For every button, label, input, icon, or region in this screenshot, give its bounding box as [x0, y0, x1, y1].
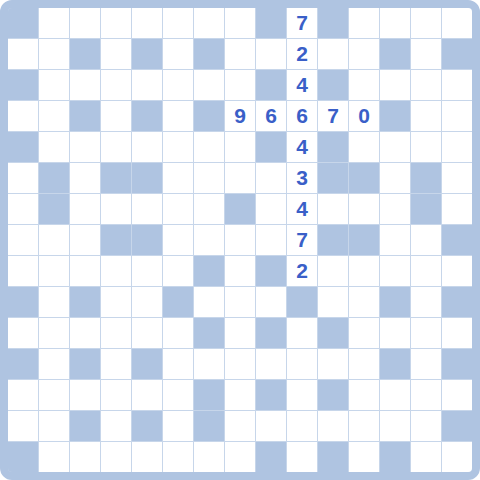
- cell-r5c1-blocked: [8, 132, 38, 162]
- cell-r5c4[interactable]: [101, 132, 131, 162]
- cell-r10c11[interactable]: [318, 287, 348, 317]
- cell-r14c4[interactable]: [101, 411, 131, 441]
- cell-r11c15[interactable]: [442, 318, 472, 348]
- cell-r10c10-blocked: [287, 287, 317, 317]
- cell-r9c5[interactable]: [132, 256, 162, 286]
- cell-r2c11[interactable]: [318, 39, 348, 69]
- cell-r5c10-digit[interactable]: 4: [287, 132, 317, 162]
- cell-r4c11-digit[interactable]: 7: [318, 101, 348, 131]
- cell-r2c6[interactable]: [163, 39, 193, 69]
- cell-r3c12[interactable]: [349, 70, 379, 100]
- cell-r5c13[interactable]: [380, 132, 410, 162]
- cell-r8c13[interactable]: [380, 225, 410, 255]
- cell-r4c14[interactable]: [411, 101, 441, 131]
- cell-r14c14[interactable]: [411, 411, 441, 441]
- cell-r5c9-blocked: [256, 132, 286, 162]
- cell-r10c2[interactable]: [39, 287, 69, 317]
- cell-r12c6[interactable]: [163, 349, 193, 379]
- cell-r9c9-blocked: [256, 256, 286, 286]
- cell-r12c10[interactable]: [287, 349, 317, 379]
- cell-r4c15[interactable]: [442, 101, 472, 131]
- cell-r5c8[interactable]: [225, 132, 255, 162]
- cell-r1c12[interactable]: [349, 8, 379, 38]
- cell-r2c15-blocked: [442, 39, 472, 69]
- cell-r13c2[interactable]: [39, 380, 69, 410]
- cell-r3c15[interactable]: [442, 70, 472, 100]
- cell-r13c15[interactable]: [442, 380, 472, 410]
- cell-r6c5-blocked: [132, 163, 162, 193]
- cell-r5c5[interactable]: [132, 132, 162, 162]
- cell-r7c7[interactable]: [194, 194, 224, 224]
- cell-r6c6[interactable]: [163, 163, 193, 193]
- cell-r2c12[interactable]: [349, 39, 379, 69]
- cell-r2c7-blocked: [194, 39, 224, 69]
- cell-r11c6[interactable]: [163, 318, 193, 348]
- cell-r11c14[interactable]: [411, 318, 441, 348]
- cell-r12c7[interactable]: [194, 349, 224, 379]
- cell-r3c7[interactable]: [194, 70, 224, 100]
- cell-r9c1[interactable]: [8, 256, 38, 286]
- cell-r2c2[interactable]: [39, 39, 69, 69]
- cell-r6c12-blocked: [349, 163, 379, 193]
- cell-r12c3-blocked: [70, 349, 100, 379]
- cell-r7c11[interactable]: [318, 194, 348, 224]
- cell-r5c6[interactable]: [163, 132, 193, 162]
- cell-r10c3-blocked: [70, 287, 100, 317]
- cell-r13c1[interactable]: [8, 380, 38, 410]
- cell-r2c5-blocked: [132, 39, 162, 69]
- cell-r6c15[interactable]: [442, 163, 472, 193]
- cell-r3c1-blocked: [8, 70, 38, 100]
- cell-r14c3-blocked: [70, 411, 100, 441]
- cell-r1c7[interactable]: [194, 8, 224, 38]
- cell-r7c9[interactable]: [256, 194, 286, 224]
- cell-r6c2-blocked: [39, 163, 69, 193]
- cell-r6c11-blocked: [318, 163, 348, 193]
- cell-r4c7-blocked: [194, 101, 224, 131]
- cell-r7c6[interactable]: [163, 194, 193, 224]
- cell-r11c12[interactable]: [349, 318, 379, 348]
- cell-r4c13-blocked: [380, 101, 410, 131]
- cell-r13c9-blocked: [256, 380, 286, 410]
- cell-r4c1[interactable]: [8, 101, 38, 131]
- cell-r11c10[interactable]: [287, 318, 317, 348]
- cell-r14c9[interactable]: [256, 411, 286, 441]
- cell-r14c10[interactable]: [287, 411, 317, 441]
- cell-r7c4[interactable]: [101, 194, 131, 224]
- cell-r4c8-digit[interactable]: 9: [225, 101, 255, 131]
- cell-r2c4[interactable]: [101, 39, 131, 69]
- cell-r14c5-blocked: [132, 411, 162, 441]
- cell-r13c10[interactable]: [287, 380, 317, 410]
- cell-r7c12[interactable]: [349, 194, 379, 224]
- cell-r4c5-blocked: [132, 101, 162, 131]
- cell-r9c14[interactable]: [411, 256, 441, 286]
- cell-r5c2[interactable]: [39, 132, 69, 162]
- cell-r1c6[interactable]: [163, 8, 193, 38]
- cell-r13c8[interactable]: [225, 380, 255, 410]
- cell-r10c12[interactable]: [349, 287, 379, 317]
- cell-r13c5[interactable]: [132, 380, 162, 410]
- cell-r12c2[interactable]: [39, 349, 69, 379]
- cell-r14c2[interactable]: [39, 411, 69, 441]
- cell-r7c13[interactable]: [380, 194, 410, 224]
- cell-r15c9-blocked: [256, 442, 286, 472]
- cell-r6c14-blocked: [411, 163, 441, 193]
- cell-r10c14[interactable]: [411, 287, 441, 317]
- cell-r9c12[interactable]: [349, 256, 379, 286]
- cell-r6c4-blocked: [101, 163, 131, 193]
- cell-r12c8[interactable]: [225, 349, 255, 379]
- cell-r13c11-blocked: [318, 380, 348, 410]
- cell-r15c12[interactable]: [349, 442, 379, 472]
- cell-r1c8[interactable]: [225, 8, 255, 38]
- cell-r2c10-digit[interactable]: 2: [287, 39, 317, 69]
- cell-r5c12[interactable]: [349, 132, 379, 162]
- cell-r14c12[interactable]: [349, 411, 379, 441]
- cell-r12c4[interactable]: [101, 349, 131, 379]
- cell-r10c15-blocked: [442, 287, 472, 317]
- cell-r2c9[interactable]: [256, 39, 286, 69]
- cell-r1c11-blocked: [318, 8, 348, 38]
- cell-r8c2[interactable]: [39, 225, 69, 255]
- cell-r9c8[interactable]: [225, 256, 255, 286]
- cell-r7c14-blocked: [411, 194, 441, 224]
- cell-r11c8[interactable]: [225, 318, 255, 348]
- cell-r11c1[interactable]: [8, 318, 38, 348]
- cell-r7c3[interactable]: [70, 194, 100, 224]
- cell-r12c5-blocked: [132, 349, 162, 379]
- cell-r13c14[interactable]: [411, 380, 441, 410]
- cell-r4c4[interactable]: [101, 101, 131, 131]
- cell-r8c15-blocked: [442, 225, 472, 255]
- cell-r15c10[interactable]: [287, 442, 317, 472]
- cell-r15c1-blocked: [8, 442, 38, 472]
- cell-r12c13-blocked: [380, 349, 410, 379]
- cell-r1c14[interactable]: [411, 8, 441, 38]
- cell-r3c8[interactable]: [225, 70, 255, 100]
- cell-r9c2[interactable]: [39, 256, 69, 286]
- cell-r12c11[interactable]: [318, 349, 348, 379]
- cell-r15c5[interactable]: [132, 442, 162, 472]
- cell-r3c10-digit[interactable]: 4: [287, 70, 317, 100]
- cell-r13c3[interactable]: [70, 380, 100, 410]
- cell-r14c1[interactable]: [8, 411, 38, 441]
- cell-r11c13[interactable]: [380, 318, 410, 348]
- cell-r9c3[interactable]: [70, 256, 100, 286]
- cell-r1c13[interactable]: [380, 8, 410, 38]
- cell-r4c6[interactable]: [163, 101, 193, 131]
- cell-r8c8[interactable]: [225, 225, 255, 255]
- cell-r4c2[interactable]: [39, 101, 69, 131]
- cell-r13c13[interactable]: [380, 380, 410, 410]
- cell-r14c15-blocked: [442, 411, 472, 441]
- puzzle-stage: 7249667043472: [0, 0, 480, 480]
- cell-r13c7-blocked: [194, 380, 224, 410]
- cell-r12c15-blocked: [442, 349, 472, 379]
- cell-r15c7[interactable]: [194, 442, 224, 472]
- cell-r9c13[interactable]: [380, 256, 410, 286]
- cell-r15c6[interactable]: [163, 442, 193, 472]
- cell-r9c7-blocked: [194, 256, 224, 286]
- cell-r3c13[interactable]: [380, 70, 410, 100]
- cell-r3c6[interactable]: [163, 70, 193, 100]
- cell-r1c10-digit[interactable]: 7: [287, 8, 317, 38]
- cell-r7c15[interactable]: [442, 194, 472, 224]
- cell-r11c4[interactable]: [101, 318, 131, 348]
- cell-r8c1[interactable]: [8, 225, 38, 255]
- cell-r5c3[interactable]: [70, 132, 100, 162]
- cell-r9c6[interactable]: [163, 256, 193, 286]
- cell-r15c14[interactable]: [411, 442, 441, 472]
- cell-r15c4[interactable]: [101, 442, 131, 472]
- cell-r1c5[interactable]: [132, 8, 162, 38]
- cell-r7c2-blocked: [39, 194, 69, 224]
- cell-r11c9-blocked: [256, 318, 286, 348]
- cell-r6c9[interactable]: [256, 163, 286, 193]
- cell-r5c11-blocked: [318, 132, 348, 162]
- cell-r10c13-blocked: [380, 287, 410, 317]
- cell-r1c9-blocked: [256, 8, 286, 38]
- cell-r12c1-blocked: [8, 349, 38, 379]
- cell-r8c3[interactable]: [70, 225, 100, 255]
- cell-r9c15[interactable]: [442, 256, 472, 286]
- cell-r2c1[interactable]: [8, 39, 38, 69]
- cell-r15c8[interactable]: [225, 442, 255, 472]
- cell-r3c4[interactable]: [101, 70, 131, 100]
- cell-r13c12[interactable]: [349, 380, 379, 410]
- cell-r5c15[interactable]: [442, 132, 472, 162]
- cell-r2c14[interactable]: [411, 39, 441, 69]
- cell-r8c10-digit[interactable]: 7: [287, 225, 317, 255]
- cell-r11c7-blocked: [194, 318, 224, 348]
- cell-r15c13-blocked: [380, 442, 410, 472]
- cell-r13c6[interactable]: [163, 380, 193, 410]
- cell-r4c12-digit[interactable]: 0: [349, 101, 379, 131]
- puzzle-board: 7249667043472: [0, 0, 480, 480]
- cell-r14c13[interactable]: [380, 411, 410, 441]
- cell-r5c14[interactable]: [411, 132, 441, 162]
- cell-r1c2[interactable]: [39, 8, 69, 38]
- cell-r15c3[interactable]: [70, 442, 100, 472]
- cell-r8c14[interactable]: [411, 225, 441, 255]
- cell-r3c11-blocked: [318, 70, 348, 100]
- cell-r14c6[interactable]: [163, 411, 193, 441]
- cell-r10c1-blocked: [8, 287, 38, 317]
- cell-r7c8-blocked: [225, 194, 255, 224]
- cell-r6c3[interactable]: [70, 163, 100, 193]
- cell-r8c12-blocked: [349, 225, 379, 255]
- cell-r1c4[interactable]: [101, 8, 131, 38]
- cell-r3c14[interactable]: [411, 70, 441, 100]
- cell-r8c4-blocked: [101, 225, 131, 255]
- cell-r7c10-digit[interactable]: 4: [287, 194, 317, 224]
- cell-r4c3-blocked: [70, 101, 100, 131]
- cell-r7c5[interactable]: [132, 194, 162, 224]
- cell-r3c3[interactable]: [70, 70, 100, 100]
- cell-r10c9[interactable]: [256, 287, 286, 317]
- cell-r12c14[interactable]: [411, 349, 441, 379]
- cell-r15c2[interactable]: [39, 442, 69, 472]
- cell-r10c6-blocked: [163, 287, 193, 317]
- cell-r3c9-blocked: [256, 70, 286, 100]
- cell-r10c5[interactable]: [132, 287, 162, 317]
- cell-r11c11-blocked: [318, 318, 348, 348]
- cell-r15c15[interactable]: [442, 442, 472, 472]
- cell-r4c10-digit[interactable]: 6: [287, 101, 317, 131]
- cell-r8c5-blocked: [132, 225, 162, 255]
- cell-r2c3-blocked: [70, 39, 100, 69]
- cell-r11c5[interactable]: [132, 318, 162, 348]
- cell-r5c7[interactable]: [194, 132, 224, 162]
- cell-r8c9[interactable]: [256, 225, 286, 255]
- cell-r8c7[interactable]: [194, 225, 224, 255]
- cell-r9c10-digit[interactable]: 2: [287, 256, 317, 286]
- cell-r10c7[interactable]: [194, 287, 224, 317]
- cell-r1c15[interactable]: [442, 8, 472, 38]
- cell-r8c11-blocked: [318, 225, 348, 255]
- cell-r12c12[interactable]: [349, 349, 379, 379]
- cell-r11c2[interactable]: [39, 318, 69, 348]
- cell-r10c4[interactable]: [101, 287, 131, 317]
- cell-r14c11[interactable]: [318, 411, 348, 441]
- cell-r13c4[interactable]: [101, 380, 131, 410]
- cell-r6c8[interactable]: [225, 163, 255, 193]
- cell-r14c7-blocked: [194, 411, 224, 441]
- cell-r8c6[interactable]: [163, 225, 193, 255]
- cell-r9c11[interactable]: [318, 256, 348, 286]
- cell-r3c2[interactable]: [39, 70, 69, 100]
- cell-r9c4[interactable]: [101, 256, 131, 286]
- cell-r6c1[interactable]: [8, 163, 38, 193]
- cell-r15c11-blocked: [318, 442, 348, 472]
- cell-r12c9[interactable]: [256, 349, 286, 379]
- cell-r6c13[interactable]: [380, 163, 410, 193]
- cell-r1c1-blocked: [8, 8, 38, 38]
- cell-r3c5[interactable]: [132, 70, 162, 100]
- cell-r7c1[interactable]: [8, 194, 38, 224]
- cell-r10c8[interactable]: [225, 287, 255, 317]
- cell-r14c8[interactable]: [225, 411, 255, 441]
- cell-r1c3[interactable]: [70, 8, 100, 38]
- cell-r6c7[interactable]: [194, 163, 224, 193]
- cell-r11c3[interactable]: [70, 318, 100, 348]
- cell-r2c8[interactable]: [225, 39, 255, 69]
- cell-r6c10-digit[interactable]: 3: [287, 163, 317, 193]
- cell-r4c9-digit[interactable]: 6: [256, 101, 286, 131]
- cell-r2c13-blocked: [380, 39, 410, 69]
